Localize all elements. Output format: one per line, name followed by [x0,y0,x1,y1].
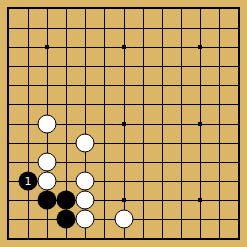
black-stone: 1 [19,171,38,190]
board-overlay: 1 [9,9,238,238]
black-stone [57,209,76,228]
star-point [198,122,202,126]
star-point [45,45,49,49]
star-point [198,45,202,49]
star-point [198,198,202,202]
black-stone [38,190,57,209]
white-stone [38,152,57,171]
star-point [122,198,126,202]
black-stone [57,190,76,209]
white-stone [76,190,95,209]
white-stone [38,171,57,190]
white-stone [38,114,57,133]
white-stone [76,171,95,190]
star-point [122,45,126,49]
white-stone [114,209,133,228]
white-stone [76,209,95,228]
white-stone [76,133,95,152]
star-point [122,122,126,126]
move-number-label: 1 [25,175,32,186]
